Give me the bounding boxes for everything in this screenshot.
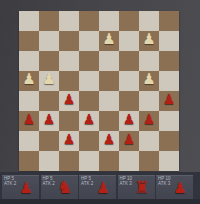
- board-square-r2c4[interactable]: [99, 51, 119, 71]
- board-square-r7c6[interactable]: [139, 151, 159, 171]
- bench-red-pawn[interactable]: ♟: [171, 179, 189, 197]
- board-square-r7c0[interactable]: [19, 151, 39, 171]
- red-piece-pawn[interactable]: ♟: [19, 109, 39, 129]
- board-square-r0c6[interactable]: [139, 11, 159, 31]
- board-square-r6c7[interactable]: [159, 131, 179, 151]
- board-square-r4c7[interactable]: ♟: [159, 91, 179, 111]
- bench-red-pawn[interactable]: ♟: [17, 179, 35, 197]
- board-square-r2c2[interactable]: [59, 51, 79, 71]
- board-square-r4c4[interactable]: [99, 91, 119, 111]
- atk-label: ATK 3: [158, 182, 170, 187]
- board-square-r3c3[interactable]: [79, 71, 99, 91]
- red-piece-pawn[interactable]: ♟: [99, 129, 119, 149]
- board-square-r2c0[interactable]: [19, 51, 39, 71]
- red-piece-pawn[interactable]: ♟: [119, 129, 139, 149]
- bench-red-rook[interactable]: ♜: [133, 179, 151, 197]
- white-piece-pawn[interactable]: ♟: [139, 29, 159, 49]
- board-square-r1c0[interactable]: [19, 31, 39, 51]
- chess-board: ♟♟♟♟♟♟♟♟♟♟♟♟♟♟♟: [19, 11, 179, 171]
- board-square-r4c2[interactable]: ♟: [59, 91, 79, 111]
- red-piece-pawn[interactable]: ♟: [139, 109, 159, 129]
- board-square-r1c4[interactable]: ♟: [99, 31, 119, 51]
- board-square-r3c2[interactable]: [59, 71, 79, 91]
- board-square-r1c1[interactable]: [39, 31, 59, 51]
- red-piece-pawn[interactable]: ♟: [59, 89, 79, 109]
- board-square-r2c7[interactable]: [159, 51, 179, 71]
- board-square-r5c5[interactable]: ♟: [119, 111, 139, 131]
- red-piece-pawn[interactable]: ♟: [119, 109, 139, 129]
- bench-red-pawn[interactable]: ♟: [94, 179, 112, 197]
- board-square-r7c1[interactable]: [39, 151, 59, 171]
- board-square-r0c1[interactable]: [39, 11, 59, 31]
- board-square-r0c7[interactable]: [159, 11, 179, 31]
- bench-red-knight[interactable]: ♞: [56, 179, 74, 197]
- board-square-r5c0[interactable]: ♟: [19, 111, 39, 131]
- board-square-r6c4[interactable]: ♟: [99, 131, 119, 151]
- board-square-r5c4[interactable]: [99, 111, 119, 131]
- board-square-r6c1[interactable]: [39, 131, 59, 151]
- board-square-r0c2[interactable]: [59, 11, 79, 31]
- board-square-r0c4[interactable]: [99, 11, 119, 31]
- board-square-r3c1[interactable]: ♟: [39, 71, 59, 91]
- board-square-r7c2[interactable]: [59, 151, 79, 171]
- bench-card-3[interactable]: HP 5ATK 2♟: [79, 175, 116, 199]
- bench-card-stats: HP 5ATK 2: [81, 177, 93, 186]
- red-piece-pawn[interactable]: ♟: [79, 109, 99, 129]
- board-square-r0c3[interactable]: [79, 11, 99, 31]
- red-piece-pawn[interactable]: ♟: [39, 109, 59, 129]
- bench-card-stats: HP 10ATK 3: [158, 177, 170, 186]
- white-piece-pawn[interactable]: ♟: [139, 69, 159, 89]
- board-square-r6c0[interactable]: [19, 131, 39, 151]
- red-piece-pawn[interactable]: ♟: [159, 89, 179, 109]
- bench-card-stats: HP 5ATK 2: [4, 177, 16, 186]
- board-square-r2c3[interactable]: [79, 51, 99, 71]
- board-square-r4c1[interactable]: [39, 91, 59, 111]
- board-square-r5c6[interactable]: ♟: [139, 111, 159, 131]
- board-square-r4c5[interactable]: [119, 91, 139, 111]
- white-piece-pawn[interactable]: ♟: [99, 29, 119, 49]
- board-square-r3c5[interactable]: [119, 71, 139, 91]
- unit-bench-tray: HP 5ATK 2♟HP 5ATK 2♞HP 5ATK 2♟HP 10ATK 3…: [0, 172, 200, 204]
- board-square-r3c4[interactable]: [99, 71, 119, 91]
- board-square-r1c6[interactable]: ♟: [139, 31, 159, 51]
- board-square-r2c5[interactable]: [119, 51, 139, 71]
- board-square-r6c2[interactable]: ♟: [59, 131, 79, 151]
- board-square-r1c7[interactable]: [159, 31, 179, 51]
- board-square-r4c0[interactable]: [19, 91, 39, 111]
- board-square-r0c0[interactable]: [19, 11, 39, 31]
- board-square-r2c6[interactable]: [139, 51, 159, 71]
- game-screen: ♟♟♟♟♟♟♟♟♟♟♟♟♟♟♟ HP 5ATK 2♟HP 5ATK 2♞HP 5…: [0, 0, 200, 204]
- bench-card-4[interactable]: HP 10ATK 3♜: [118, 175, 155, 199]
- board-square-r3c7[interactable]: [159, 71, 179, 91]
- board-square-r7c7[interactable]: [159, 151, 179, 171]
- board-square-r5c2[interactable]: [59, 111, 79, 131]
- board-square-r1c5[interactable]: [119, 31, 139, 51]
- board-square-r7c3[interactable]: [79, 151, 99, 171]
- board-square-r3c0[interactable]: ♟: [19, 71, 39, 91]
- atk-label: ATK 2: [43, 182, 55, 187]
- white-piece-pawn[interactable]: ♟: [19, 69, 39, 89]
- board-square-r0c5[interactable]: [119, 11, 139, 31]
- red-piece-pawn[interactable]: ♟: [59, 129, 79, 149]
- board-square-r7c4[interactable]: [99, 151, 119, 171]
- atk-label: ATK 3: [120, 182, 132, 187]
- board-square-r6c5[interactable]: ♟: [119, 131, 139, 151]
- atk-label: ATK 2: [4, 182, 16, 187]
- bench-card-1[interactable]: HP 5ATK 2♟: [2, 175, 39, 199]
- board-square-r3c6[interactable]: ♟: [139, 71, 159, 91]
- atk-label: ATK 2: [81, 182, 93, 187]
- board-square-r2c1[interactable]: [39, 51, 59, 71]
- board-square-r4c6[interactable]: [139, 91, 159, 111]
- board-square-r7c5[interactable]: [119, 151, 139, 171]
- board-square-r1c2[interactable]: [59, 31, 79, 51]
- board-square-r5c3[interactable]: ♟: [79, 111, 99, 131]
- bench-card-stats: HP 10ATK 3: [120, 177, 132, 186]
- bench-card-5[interactable]: HP 10ATK 3♟: [156, 175, 193, 199]
- board-square-r5c1[interactable]: ♟: [39, 111, 59, 131]
- board-square-r4c3[interactable]: [79, 91, 99, 111]
- bench-card-stats: HP 5ATK 2: [43, 177, 55, 186]
- board-square-r1c3[interactable]: [79, 31, 99, 51]
- board-square-r6c6[interactable]: [139, 131, 159, 151]
- bench-card-2[interactable]: HP 5ATK 2♞: [41, 175, 78, 199]
- board-square-r6c3[interactable]: [79, 131, 99, 151]
- white-piece-pawn[interactable]: ♟: [39, 69, 59, 89]
- board-square-r5c7[interactable]: [159, 111, 179, 131]
